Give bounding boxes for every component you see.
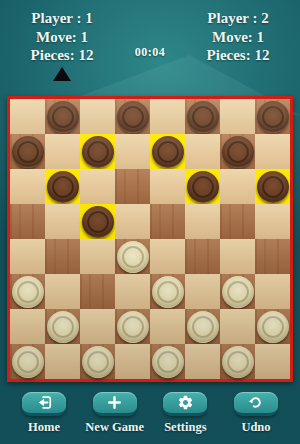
bottom-toolbar: Home New Game Settings bbox=[0, 392, 300, 435]
board-cell[interactable] bbox=[255, 239, 290, 274]
header: Player : 1 Move: 1 Pieces: 12 00:04 Play… bbox=[0, 0, 300, 96]
undo-button[interactable] bbox=[234, 392, 278, 416]
settings-button[interactable] bbox=[163, 392, 207, 416]
board-cell[interactable] bbox=[220, 274, 255, 309]
board-cell[interactable] bbox=[45, 344, 80, 379]
board-cell[interactable] bbox=[220, 344, 255, 379]
board-cell[interactable] bbox=[115, 274, 150, 309]
board-cell[interactable] bbox=[220, 169, 255, 204]
board-cell[interactable] bbox=[80, 274, 115, 309]
board-cell[interactable] bbox=[10, 134, 45, 169]
brown-piece[interactable] bbox=[82, 206, 114, 238]
cream-piece[interactable] bbox=[12, 346, 44, 378]
home-button-label[interactable]: Home bbox=[13, 420, 75, 435]
cream-piece[interactable] bbox=[222, 276, 254, 308]
gear-icon bbox=[177, 394, 194, 411]
player2-label: Player : 2 bbox=[184, 9, 292, 28]
board-cell[interactable] bbox=[45, 309, 80, 344]
board-cell[interactable] bbox=[185, 274, 220, 309]
cream-piece[interactable] bbox=[117, 241, 149, 273]
checkers-board[interactable] bbox=[7, 96, 293, 382]
board-cell[interactable] bbox=[255, 309, 290, 344]
board-cell[interactable] bbox=[220, 309, 255, 344]
board-cell[interactable] bbox=[150, 99, 185, 134]
board-cell[interactable] bbox=[255, 134, 290, 169]
board-cell[interactable] bbox=[10, 99, 45, 134]
turn-indicator-triangle bbox=[53, 67, 71, 81]
cream-piece[interactable] bbox=[12, 276, 44, 308]
player1-move-count: Move: 1 bbox=[8, 28, 116, 47]
board-cell[interactable] bbox=[115, 344, 150, 379]
undo-item[interactable]: Udno bbox=[225, 392, 287, 435]
board-cell[interactable] bbox=[45, 239, 80, 274]
board-cell[interactable] bbox=[115, 309, 150, 344]
board-cell[interactable] bbox=[115, 169, 150, 204]
board-cell[interactable] bbox=[150, 134, 185, 169]
cream-piece[interactable] bbox=[257, 311, 289, 343]
board-cell[interactable] bbox=[45, 274, 80, 309]
settings-button-label[interactable]: Settings bbox=[154, 420, 216, 435]
board-cell[interactable] bbox=[150, 274, 185, 309]
checkers-app-screen: Player : 1 Move: 1 Pieces: 12 00:04 Play… bbox=[0, 0, 300, 444]
brown-piece[interactable] bbox=[257, 101, 289, 133]
board-cell[interactable] bbox=[150, 204, 185, 239]
cream-piece[interactable] bbox=[152, 346, 184, 378]
brown-piece[interactable] bbox=[222, 136, 254, 168]
brown-piece[interactable] bbox=[152, 136, 184, 168]
undo-button-label[interactable]: Udno bbox=[225, 420, 287, 435]
board-cell[interactable] bbox=[220, 204, 255, 239]
board-cell[interactable] bbox=[220, 99, 255, 134]
board-cell[interactable] bbox=[150, 169, 185, 204]
cream-piece[interactable] bbox=[222, 346, 254, 378]
board-cell[interactable] bbox=[220, 239, 255, 274]
board-cell[interactable] bbox=[10, 274, 45, 309]
board-cell[interactable] bbox=[10, 344, 45, 379]
brown-piece[interactable] bbox=[82, 136, 114, 168]
brown-piece[interactable] bbox=[187, 101, 219, 133]
board-cell[interactable] bbox=[185, 134, 220, 169]
board-cell[interactable] bbox=[255, 274, 290, 309]
board-cell[interactable] bbox=[185, 169, 220, 204]
brown-piece[interactable] bbox=[257, 171, 289, 203]
brown-piece[interactable] bbox=[187, 171, 219, 203]
board-cell[interactable] bbox=[80, 239, 115, 274]
board-cell[interactable] bbox=[80, 99, 115, 134]
board-cell[interactable] bbox=[80, 344, 115, 379]
board-cell[interactable] bbox=[45, 169, 80, 204]
board-cell[interactable] bbox=[10, 239, 45, 274]
board-cell[interactable] bbox=[185, 344, 220, 379]
board-cell[interactable] bbox=[115, 134, 150, 169]
brown-piece[interactable] bbox=[117, 101, 149, 133]
new-game-button[interactable] bbox=[93, 392, 137, 416]
new-game-item[interactable]: New Game bbox=[84, 392, 146, 435]
game-timer: 00:04 bbox=[0, 45, 300, 60]
cream-piece[interactable] bbox=[82, 346, 114, 378]
board-cell[interactable] bbox=[115, 99, 150, 134]
brown-piece[interactable] bbox=[12, 136, 44, 168]
board-cell[interactable] bbox=[10, 204, 45, 239]
home-button[interactable] bbox=[22, 392, 66, 416]
board-cell[interactable] bbox=[45, 204, 80, 239]
cream-piece[interactable] bbox=[152, 276, 184, 308]
settings-item[interactable]: Settings bbox=[154, 392, 216, 435]
plus-icon bbox=[106, 394, 123, 411]
player2-move-count: Move: 1 bbox=[184, 28, 292, 47]
board-cell[interactable] bbox=[255, 169, 290, 204]
board-cell[interactable] bbox=[255, 344, 290, 379]
board-cell[interactable] bbox=[150, 344, 185, 379]
home-item[interactable]: Home bbox=[13, 392, 75, 435]
board-cell[interactable] bbox=[150, 309, 185, 344]
board-cell[interactable] bbox=[80, 309, 115, 344]
board-cell[interactable] bbox=[10, 309, 45, 344]
board-cell[interactable] bbox=[150, 239, 185, 274]
brown-piece[interactable] bbox=[47, 101, 79, 133]
board-cell[interactable] bbox=[185, 204, 220, 239]
board-cell[interactable] bbox=[80, 204, 115, 239]
cream-piece[interactable] bbox=[117, 311, 149, 343]
player1-label: Player : 1 bbox=[8, 9, 116, 28]
brown-piece[interactable] bbox=[47, 171, 79, 203]
board-cell[interactable] bbox=[115, 239, 150, 274]
cream-piece[interactable] bbox=[187, 311, 219, 343]
new-game-button-label[interactable]: New Game bbox=[84, 420, 146, 435]
board-cell[interactable] bbox=[185, 239, 220, 274]
home-exit-icon bbox=[36, 394, 53, 411]
board-cell[interactable] bbox=[45, 99, 80, 134]
cream-piece[interactable] bbox=[47, 311, 79, 343]
board-cell[interactable] bbox=[255, 99, 290, 134]
undo-icon bbox=[247, 394, 264, 411]
board-cell[interactable] bbox=[185, 309, 220, 344]
board-cell[interactable] bbox=[45, 134, 80, 169]
board-cell[interactable] bbox=[255, 204, 290, 239]
board-cell[interactable] bbox=[80, 134, 115, 169]
board-cell[interactable] bbox=[185, 99, 220, 134]
board-cell[interactable] bbox=[80, 169, 115, 204]
board-cell[interactable] bbox=[10, 169, 45, 204]
board-cell[interactable] bbox=[115, 204, 150, 239]
board-cell[interactable] bbox=[220, 134, 255, 169]
